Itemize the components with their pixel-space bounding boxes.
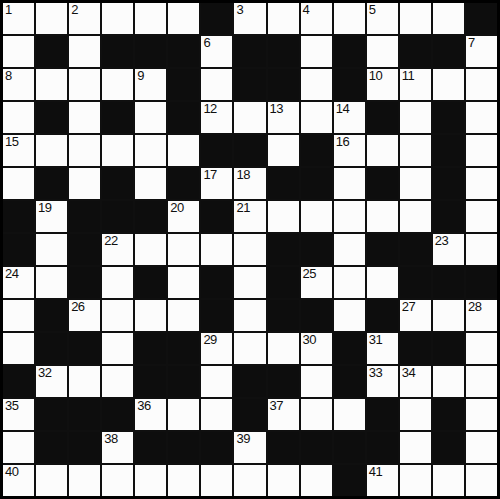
cell-r5c4[interactable] — [102, 135, 133, 166]
clue-number-35: 35 — [5, 399, 18, 413]
black-cell-r7c5 — [135, 201, 166, 232]
cell-r1c11[interactable] — [334, 3, 365, 34]
cell-r1c4[interactable] — [102, 3, 133, 34]
black-cell-r11c6 — [168, 333, 199, 364]
black-cell-r14c12 — [367, 432, 398, 463]
cell-r6c7[interactable]: 17 — [201, 168, 232, 199]
cell-r12c3[interactable] — [69, 366, 100, 397]
clue-number-7: 7 — [468, 36, 475, 50]
cell-r12c4[interactable] — [102, 366, 133, 397]
cell-r9c2[interactable] — [36, 267, 67, 298]
cell-r15c9[interactable] — [268, 465, 299, 496]
cell-r10c4[interactable] — [102, 300, 133, 331]
black-cell-r2c8 — [234, 36, 265, 67]
black-cell-r1c15 — [466, 3, 497, 34]
cell-r15c7[interactable] — [201, 465, 232, 496]
cell-r1c5[interactable] — [135, 3, 166, 34]
black-cell-r4c6 — [168, 102, 199, 133]
cell-r9c12[interactable] — [367, 267, 398, 298]
black-cell-r2c11 — [334, 36, 365, 67]
clue-number-10: 10 — [369, 69, 382, 83]
black-cell-r4c12 — [367, 102, 398, 133]
black-cell-r12c6 — [168, 366, 199, 397]
clue-number-19: 19 — [38, 201, 51, 215]
cell-r15c2[interactable] — [36, 465, 67, 496]
cell-r7c12[interactable] — [367, 201, 398, 232]
cell-r3c14[interactable] — [433, 69, 464, 100]
cell-r15c14[interactable] — [433, 465, 464, 496]
clue-number-20: 20 — [170, 201, 183, 215]
black-cell-r5c14 — [433, 135, 464, 166]
black-cell-r8c10 — [301, 234, 332, 265]
cell-r13c11[interactable] — [334, 399, 365, 430]
black-cell-r6c6 — [168, 168, 199, 199]
black-cell-r8c3 — [69, 234, 100, 265]
black-cell-r12c9 — [268, 366, 299, 397]
clue-number-18: 18 — [236, 168, 249, 182]
cell-r6c8[interactable]: 18 — [234, 168, 265, 199]
clue-number-23: 23 — [435, 234, 448, 248]
cell-r8c15[interactable] — [466, 234, 497, 265]
cell-r8c7[interactable] — [201, 234, 232, 265]
cell-r15c1[interactable]: 40 — [3, 465, 34, 496]
clue-number-6: 6 — [203, 36, 210, 50]
black-cell-r11c14 — [433, 333, 464, 364]
cell-r7c15[interactable] — [466, 201, 497, 232]
cell-r10c6[interactable] — [168, 300, 199, 331]
cell-r6c15[interactable] — [466, 168, 497, 199]
cell-r4c1[interactable] — [3, 102, 34, 133]
cell-r15c3[interactable] — [69, 465, 100, 496]
clue-number-36: 36 — [137, 399, 150, 413]
black-cell-r2c4 — [102, 36, 133, 67]
cell-r3c13[interactable]: 11 — [400, 69, 431, 100]
cell-r8c2[interactable] — [36, 234, 67, 265]
cell-r8c6[interactable] — [168, 234, 199, 265]
cell-r1c8[interactable]: 3 — [234, 3, 265, 34]
cell-r5c9[interactable] — [268, 135, 299, 166]
cell-r7c6[interactable]: 20 — [168, 201, 199, 232]
black-cell-r11c2 — [36, 333, 67, 364]
cell-r5c1[interactable]: 15 — [3, 135, 34, 166]
cell-r5c11[interactable]: 16 — [334, 135, 365, 166]
black-cell-r12c8 — [234, 366, 265, 397]
cell-r5c13[interactable] — [400, 135, 431, 166]
cell-r7c9[interactable] — [268, 201, 299, 232]
black-cell-r13c14 — [433, 399, 464, 430]
clue-number-17: 17 — [203, 168, 216, 182]
black-cell-r13c8 — [234, 399, 265, 430]
cell-r12c7[interactable] — [201, 366, 232, 397]
clue-number-16: 16 — [336, 135, 349, 149]
clue-number-32: 32 — [38, 366, 51, 380]
cell-r11c9[interactable] — [268, 333, 299, 364]
cell-r1c10[interactable]: 4 — [301, 3, 332, 34]
black-cell-r5c8 — [234, 135, 265, 166]
black-cell-r14c11 — [334, 432, 365, 463]
black-cell-r11c3 — [69, 333, 100, 364]
clue-number-9: 9 — [137, 69, 144, 83]
cell-r15c10[interactable] — [301, 465, 332, 496]
cell-r1c9[interactable] — [268, 3, 299, 34]
clue-number-30: 30 — [303, 333, 316, 347]
cell-r4c5[interactable] — [135, 102, 166, 133]
cell-r5c2[interactable] — [36, 135, 67, 166]
black-cell-r15c11 — [334, 465, 365, 496]
black-cell-r10c10 — [301, 300, 332, 331]
black-cell-r12c5 — [135, 366, 166, 397]
cell-r10c5[interactable] — [135, 300, 166, 331]
cell-r14c15[interactable] — [466, 432, 497, 463]
cell-r5c6[interactable] — [168, 135, 199, 166]
clue-number-1: 1 — [5, 3, 12, 17]
black-cell-r3c9 — [268, 69, 299, 100]
cell-r14c4[interactable]: 38 — [102, 432, 133, 463]
clue-number-22: 22 — [104, 234, 117, 248]
black-cell-r7c1 — [3, 201, 34, 232]
cell-r10c8[interactable] — [234, 300, 265, 331]
cell-r8c8[interactable] — [234, 234, 265, 265]
cell-r11c1[interactable] — [3, 333, 34, 364]
black-cell-r9c7 — [201, 267, 232, 298]
cell-r1c6[interactable] — [168, 3, 199, 34]
black-cell-r2c2 — [36, 36, 67, 67]
black-cell-r7c7 — [201, 201, 232, 232]
black-cell-r6c4 — [102, 168, 133, 199]
clue-number-14: 14 — [336, 102, 349, 116]
cell-r10c1[interactable] — [3, 300, 34, 331]
cell-r13c6[interactable] — [168, 399, 199, 430]
cell-r6c5[interactable] — [135, 168, 166, 199]
clue-number-33: 33 — [369, 366, 382, 380]
cell-r8c5[interactable] — [135, 234, 166, 265]
cell-r12c14[interactable] — [433, 366, 464, 397]
clue-number-40: 40 — [5, 465, 18, 479]
black-cell-r11c13 — [400, 333, 431, 364]
black-cell-r13c12 — [367, 399, 398, 430]
clue-number-21: 21 — [236, 201, 249, 215]
black-cell-r11c11 — [334, 333, 365, 364]
clue-number-38: 38 — [104, 432, 117, 446]
black-cell-r13c3 — [69, 399, 100, 430]
clue-number-12: 12 — [203, 102, 216, 116]
cell-r6c13[interactable] — [400, 168, 431, 199]
black-cell-r12c11 — [334, 366, 365, 397]
cell-r13c7[interactable] — [201, 399, 232, 430]
cell-r3c2[interactable] — [36, 69, 67, 100]
black-cell-r1c7 — [201, 3, 232, 34]
clue-number-15: 15 — [5, 135, 18, 149]
cell-r14c8[interactable]: 39 — [234, 432, 265, 463]
cell-r10c14[interactable] — [433, 300, 464, 331]
clue-number-5: 5 — [369, 3, 376, 17]
cell-r6c11[interactable] — [334, 168, 365, 199]
clue-number-25: 25 — [303, 267, 316, 281]
clue-number-3: 3 — [236, 3, 243, 17]
black-cell-r5c7 — [201, 135, 232, 166]
cell-r3c7[interactable] — [201, 69, 232, 100]
clue-number-11: 11 — [402, 69, 415, 83]
black-cell-r4c14 — [433, 102, 464, 133]
black-cell-r7c14 — [433, 201, 464, 232]
cell-r1c2[interactable] — [36, 3, 67, 34]
clue-number-27: 27 — [402, 300, 415, 314]
black-cell-r6c10 — [301, 168, 332, 199]
cell-r15c5[interactable] — [135, 465, 166, 496]
cell-r11c15[interactable] — [466, 333, 497, 364]
cell-r14c1[interactable] — [3, 432, 34, 463]
cell-r2c10[interactable] — [301, 36, 332, 67]
black-cell-r14c6 — [168, 432, 199, 463]
cell-r5c3[interactable] — [69, 135, 100, 166]
black-cell-r2c9 — [268, 36, 299, 67]
clue-number-8: 8 — [5, 69, 12, 83]
cell-r1c12[interactable]: 5 — [367, 3, 398, 34]
black-cell-r3c8 — [234, 69, 265, 100]
clue-number-28: 28 — [468, 300, 481, 314]
cell-r3c4[interactable] — [102, 69, 133, 100]
cell-r13c10[interactable] — [301, 399, 332, 430]
cell-r15c4[interactable] — [102, 465, 133, 496]
cell-r13c13[interactable] — [400, 399, 431, 430]
cell-r2c3[interactable] — [69, 36, 100, 67]
cell-r2c12[interactable] — [367, 36, 398, 67]
black-cell-r14c2 — [36, 432, 67, 463]
clue-number-13: 13 — [270, 102, 283, 116]
cell-r3c10[interactable] — [301, 69, 332, 100]
cell-r10c11[interactable] — [334, 300, 365, 331]
cell-r11c7[interactable]: 29 — [201, 333, 232, 364]
cell-r6c1[interactable] — [3, 168, 34, 199]
cell-r8c14[interactable]: 23 — [433, 234, 464, 265]
black-cell-r14c10 — [301, 432, 332, 463]
black-cell-r4c2 — [36, 102, 67, 133]
cell-r2c1[interactable] — [3, 36, 34, 67]
black-cell-r11c5 — [135, 333, 166, 364]
black-cell-r10c7 — [201, 300, 232, 331]
clue-number-2: 2 — [71, 3, 78, 17]
black-cell-r14c14 — [433, 432, 464, 463]
black-cell-r4c4 — [102, 102, 133, 133]
black-cell-r2c14 — [433, 36, 464, 67]
black-cell-r9c14 — [433, 267, 464, 298]
black-cell-r9c15 — [466, 267, 497, 298]
clue-number-24: 24 — [5, 267, 18, 281]
cell-r1c14[interactable] — [433, 3, 464, 34]
cell-r5c15[interactable] — [466, 135, 497, 166]
cell-r12c15[interactable] — [466, 366, 497, 397]
black-cell-r8c13 — [400, 234, 431, 265]
cell-r13c1[interactable]: 35 — [3, 399, 34, 430]
cell-r9c4[interactable] — [102, 267, 133, 298]
cell-r4c10[interactable] — [301, 102, 332, 133]
clue-number-41: 41 — [369, 465, 382, 479]
black-cell-r7c4 — [102, 201, 133, 232]
black-cell-r12c1 — [3, 366, 34, 397]
clue-number-34: 34 — [402, 366, 415, 380]
black-cell-r9c5 — [135, 267, 166, 298]
cell-r10c3[interactable]: 26 — [69, 300, 100, 331]
black-cell-r10c9 — [268, 300, 299, 331]
black-cell-r2c5 — [135, 36, 166, 67]
cell-r4c8[interactable] — [234, 102, 265, 133]
cell-r8c4[interactable]: 22 — [102, 234, 133, 265]
cell-r14c13[interactable] — [400, 432, 431, 463]
cell-r12c13[interactable]: 34 — [400, 366, 431, 397]
clue-number-37: 37 — [270, 399, 283, 413]
cell-r2c15[interactable]: 7 — [466, 36, 497, 67]
cell-r8c11[interactable] — [334, 234, 365, 265]
black-cell-r6c14 — [433, 168, 464, 199]
cell-r15c15[interactable] — [466, 465, 497, 496]
cell-r11c12[interactable]: 31 — [367, 333, 398, 364]
cell-r4c11[interactable]: 14 — [334, 102, 365, 133]
cell-r2c7[interactable]: 6 — [201, 36, 232, 67]
cell-r4c13[interactable] — [400, 102, 431, 133]
cell-r7c10[interactable] — [301, 201, 332, 232]
black-cell-r10c2 — [36, 300, 67, 331]
clue-number-29: 29 — [203, 333, 216, 347]
black-cell-r13c2 — [36, 399, 67, 430]
clue-number-31: 31 — [369, 333, 382, 347]
cell-r12c12[interactable]: 33 — [367, 366, 398, 397]
cell-r9c8[interactable] — [234, 267, 265, 298]
cell-r5c12[interactable] — [367, 135, 398, 166]
cell-r12c2[interactable]: 32 — [36, 366, 67, 397]
cell-r11c8[interactable] — [234, 333, 265, 364]
cell-r5c5[interactable] — [135, 135, 166, 166]
black-cell-r2c13 — [400, 36, 431, 67]
cell-r3c15[interactable] — [466, 69, 497, 100]
cell-r7c2[interactable]: 19 — [36, 201, 67, 232]
cell-r4c3[interactable] — [69, 102, 100, 133]
black-cell-r7c3 — [69, 201, 100, 232]
black-cell-r9c9 — [268, 267, 299, 298]
black-cell-r14c3 — [69, 432, 100, 463]
black-cell-r9c3 — [69, 267, 100, 298]
cell-r11c10[interactable]: 30 — [301, 333, 332, 364]
cell-r15c8[interactable] — [234, 465, 265, 496]
black-cell-r6c9 — [268, 168, 299, 199]
cell-r4c9[interactable]: 13 — [268, 102, 299, 133]
black-cell-r9c13 — [400, 267, 431, 298]
cell-r7c11[interactable] — [334, 201, 365, 232]
black-cell-r6c12 — [367, 168, 398, 199]
black-cell-r13c4 — [102, 399, 133, 430]
cell-r11c4[interactable] — [102, 333, 133, 364]
cell-r7c8[interactable]: 21 — [234, 201, 265, 232]
cell-r4c7[interactable]: 12 — [201, 102, 232, 133]
cell-r9c11[interactable] — [334, 267, 365, 298]
cell-r9c10[interactable]: 25 — [301, 267, 332, 298]
cell-r1c1[interactable]: 1 — [3, 3, 34, 34]
cell-r3c1[interactable]: 8 — [3, 69, 34, 100]
black-cell-r2c6 — [168, 36, 199, 67]
cell-r1c13[interactable] — [400, 3, 431, 34]
black-cell-r5c10 — [301, 135, 332, 166]
black-cell-r6c2 — [36, 168, 67, 199]
cell-r4c15[interactable] — [466, 102, 497, 133]
cell-r12c10[interactable] — [301, 366, 332, 397]
cell-r6c3[interactable] — [69, 168, 100, 199]
clue-number-39: 39 — [236, 432, 249, 446]
cell-r15c6[interactable] — [168, 465, 199, 496]
black-cell-r14c5 — [135, 432, 166, 463]
crossword-grid: 1234567891011121314151617181920212223242… — [0, 0, 500, 499]
cell-r3c5[interactable]: 9 — [135, 69, 166, 100]
cell-r15c12[interactable]: 41 — [367, 465, 398, 496]
cell-r3c3[interactable] — [69, 69, 100, 100]
clue-number-4: 4 — [303, 3, 310, 17]
cell-r13c15[interactable] — [466, 399, 497, 430]
black-cell-r8c9 — [268, 234, 299, 265]
black-cell-r8c1 — [3, 234, 34, 265]
cell-r15c13[interactable] — [400, 465, 431, 496]
cell-r13c9[interactable]: 37 — [268, 399, 299, 430]
cell-r10c15[interactable]: 28 — [466, 300, 497, 331]
black-cell-r14c9 — [268, 432, 299, 463]
clue-number-26: 26 — [71, 300, 84, 314]
cell-r10c13[interactable]: 27 — [400, 300, 431, 331]
black-cell-r10c12 — [367, 300, 398, 331]
cell-r9c1[interactable]: 24 — [3, 267, 34, 298]
black-cell-r8c12 — [367, 234, 398, 265]
cell-r9c6[interactable] — [168, 267, 199, 298]
black-cell-r3c6 — [168, 69, 199, 100]
black-cell-r3c11 — [334, 69, 365, 100]
black-cell-r14c7 — [201, 432, 232, 463]
cell-r1c3[interactable]: 2 — [69, 3, 100, 34]
cell-r3c12[interactable]: 10 — [367, 69, 398, 100]
cell-r7c13[interactable] — [400, 201, 431, 232]
cell-r13c5[interactable]: 36 — [135, 399, 166, 430]
